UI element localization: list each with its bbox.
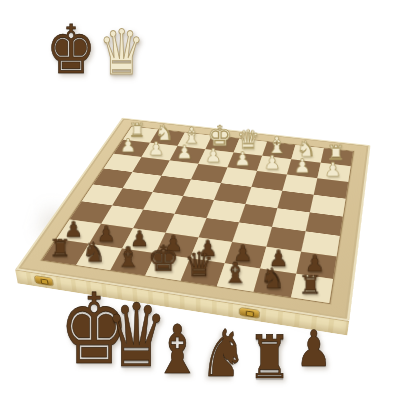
square	[132, 157, 169, 176]
square: ♟	[257, 156, 291, 175]
white-knight: ♞	[291, 138, 321, 160]
square: ♟	[296, 252, 336, 279]
white-pawn: ♟	[228, 149, 258, 168]
square: ♟	[114, 140, 150, 157]
square	[282, 175, 317, 195]
white-king: ♚	[205, 122, 234, 150]
square: ♛	[234, 139, 268, 156]
square	[277, 191, 313, 213]
square	[239, 204, 277, 227]
loose-dark-rook-piece: ♜	[248, 327, 291, 387]
square	[251, 171, 287, 191]
square	[123, 172, 162, 192]
square	[266, 227, 305, 252]
square	[310, 195, 346, 217]
white-bishop: ♝	[262, 134, 291, 157]
square	[166, 214, 207, 238]
loose-pieces-bottom: ♚ ♛ ♝ ♞ ♜ ♟	[0, 285, 400, 400]
loose-dark-king-piece: ♚	[46, 17, 96, 84]
square	[272, 208, 310, 231]
white-rook: ♜	[123, 121, 151, 140]
black-pawn: ♟	[260, 247, 296, 270]
square	[143, 192, 183, 214]
white-queen: ♛	[234, 127, 263, 153]
square: ♜	[321, 148, 353, 166]
square: ♝	[262, 142, 295, 160]
loose-dark-knight-piece: ♞	[200, 321, 247, 386]
square	[82, 184, 123, 205]
square	[183, 179, 221, 200]
square: ♞	[150, 129, 185, 146]
square	[191, 164, 227, 183]
black-pawn: ♟	[225, 242, 261, 265]
square: ♟	[141, 143, 177, 161]
square	[133, 210, 175, 233]
loose-pieces-top: ♚ ♛	[46, 10, 145, 84]
square: ♝	[178, 132, 212, 149]
square	[214, 183, 251, 204]
square	[93, 169, 132, 189]
square: ♟	[260, 247, 301, 274]
square	[232, 222, 272, 246]
white-bishop: ♝	[178, 124, 207, 146]
black-pawn: ♟	[296, 252, 333, 275]
square	[314, 178, 349, 198]
white-pawn: ♟	[141, 139, 170, 157]
loose-dark-pawn-piece: ♟	[296, 323, 332, 373]
square: ♞	[291, 145, 324, 163]
square	[101, 205, 143, 228]
white-pawn: ♟	[287, 156, 317, 175]
square	[161, 160, 198, 179]
square	[175, 196, 214, 218]
square: ♟	[198, 149, 233, 167]
loose-dark-bishop-piece: ♝	[153, 317, 201, 385]
square: ♚	[205, 136, 239, 153]
square: ♟	[287, 159, 321, 178]
loose-light-queen-piece: ♛	[98, 22, 145, 84]
white-rook: ♜	[321, 143, 351, 163]
square: ♟	[170, 146, 206, 164]
square	[112, 188, 152, 209]
square: ♟	[227, 153, 262, 171]
white-pawn: ♟	[198, 146, 228, 165]
white-knight: ♞	[150, 122, 178, 143]
product-photo: ♚ ♛ ♜♞♝♚♛♝♞♜♟♟♟♟♟♟♟♟♟♟♟♟♟♟♟♟♜♞♝♚♛♝♞♜ ♚ ♛…	[0, 0, 400, 400]
square	[306, 212, 343, 236]
square	[245, 187, 282, 208]
white-pawn: ♟	[318, 160, 349, 179]
square	[199, 218, 239, 242]
square	[207, 200, 246, 222]
square	[104, 154, 142, 172]
white-pawn: ♟	[114, 136, 143, 154]
square: ♟	[317, 163, 350, 182]
white-pawn: ♟	[170, 143, 200, 161]
square	[153, 176, 191, 196]
white-pawn: ♟	[257, 153, 287, 172]
square: ♜	[123, 126, 158, 142]
square	[221, 167, 257, 187]
square	[301, 231, 340, 256]
